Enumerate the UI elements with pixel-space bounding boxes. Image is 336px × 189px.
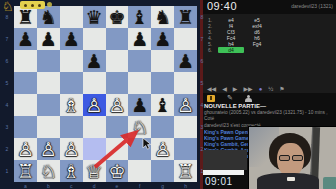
square-h6[interactable]: ♟: [174, 50, 197, 72]
black-piece-p-h6: ♟: [177, 52, 194, 71]
rank-label-5: 5: [197, 72, 207, 94]
square-e8[interactable]: ♚: [106, 6, 129, 28]
rank-labels-left: 87654321: [2, 6, 12, 182]
webcam-overlay: [248, 126, 336, 189]
white-piece-n-f3: ♘: [131, 118, 148, 137]
pencil-icon[interactable]: ✎: [227, 94, 233, 102]
white-clock: 09:01: [205, 176, 233, 187]
square-d1[interactable]: ♕: [83, 160, 106, 182]
square-h5[interactable]: [174, 72, 197, 94]
file-label-d: d: [83, 182, 106, 189]
file-label-a: a: [14, 182, 37, 189]
streamer-collar: [287, 177, 295, 181]
square-b3[interactable]: [37, 116, 60, 138]
square-g6[interactable]: [151, 50, 174, 72]
rank-label-6: 6: [2, 50, 12, 72]
square-f7[interactable]: ♟: [128, 28, 151, 50]
square-g3[interactable]: [151, 116, 174, 138]
white-move-6[interactable]: d4: [218, 47, 244, 53]
rank-label-8: 8: [197, 6, 207, 28]
chat-title: NOUVELLE PARTIE—: [204, 103, 335, 109]
move-number: 6.: [206, 47, 218, 53]
square-e7[interactable]: [106, 28, 129, 50]
square-g8[interactable]: ♞: [151, 6, 174, 28]
square-c6[interactable]: [60, 50, 83, 72]
square-e2[interactable]: [106, 138, 129, 160]
square-a7[interactable]: ♟: [14, 28, 37, 50]
square-b1[interactable]: ♘: [37, 160, 60, 182]
rank-label-1: 1: [2, 160, 12, 182]
chat-flag-icon[interactable]: [207, 95, 215, 102]
square-d8[interactable]: ♛: [83, 6, 106, 28]
stream-badge: [20, 1, 45, 9]
black-piece-b-g4: ♝: [154, 96, 171, 115]
stream-screen: ♘ 87654321 87654321 abcdefgh ♜♞♛♚♝♞♜♟♟♟♟…: [0, 0, 336, 189]
square-d3[interactable]: [83, 116, 106, 138]
square-c4[interactable]: ♗: [60, 94, 83, 116]
white-piece-q-d1: ♕: [86, 162, 103, 181]
square-b6[interactable]: [37, 50, 60, 72]
square-b5[interactable]: [37, 72, 60, 94]
file-labels: abcdefgh: [14, 182, 197, 189]
square-f5[interactable]: [128, 72, 151, 94]
square-a8[interactable]: ♜: [14, 6, 37, 28]
person-icon[interactable]: [245, 95, 252, 102]
logo-knight-icon: ♘: [2, 0, 14, 14]
black-piece-p-c7: ♟: [63, 30, 80, 49]
prev-move-button[interactable]: ◀: [222, 85, 227, 92]
square-g1[interactable]: [151, 160, 174, 182]
square-a3[interactable]: [14, 116, 37, 138]
rank-label-5: 5: [2, 72, 12, 94]
square-h3[interactable]: [174, 116, 197, 138]
resign-flag-button[interactable]: ⚑: [279, 85, 284, 92]
black-piece-p-g7: ♟: [154, 30, 171, 49]
black-piece-r-a8: ♜: [17, 8, 34, 27]
streamer-shirt: [257, 173, 319, 189]
white-piece-p-g2: ♙: [154, 140, 171, 159]
square-e3[interactable]: [106, 116, 129, 138]
square-g7[interactable]: ♟: [151, 28, 174, 50]
black-move-5[interactable]: Fg4: [244, 41, 270, 47]
white-piece-p-c2: ♙: [63, 140, 80, 159]
white-piece-r-a1: ♖: [17, 162, 34, 181]
square-d5[interactable]: [83, 72, 106, 94]
square-e1[interactable]: ♔: [106, 160, 129, 182]
black-piece-n-g8: ♞: [154, 8, 171, 27]
record-icon[interactable]: ●: [259, 86, 263, 92]
square-d6[interactable]: ♟: [83, 50, 106, 72]
square-c3[interactable]: [60, 116, 83, 138]
black-piece-p-a7: ♟: [17, 30, 34, 49]
black-piece-r-h8: ♜: [177, 8, 194, 27]
rank-label-2: 2: [2, 138, 12, 160]
square-a4[interactable]: [14, 94, 37, 116]
square-a1[interactable]: ♖: [14, 160, 37, 182]
rank-label-6: 6: [197, 50, 207, 72]
black-piece-p-f4: ♟: [131, 96, 148, 115]
white-piece-p-a2: ♙: [17, 140, 34, 159]
square-b8[interactable]: ♞: [37, 6, 60, 28]
chat-toolbar: ✎: [207, 94, 252, 102]
black-clock: 09:40: [207, 0, 237, 12]
square-b4[interactable]: [37, 94, 60, 116]
square-c7[interactable]: ♟: [60, 28, 83, 50]
next-move-button[interactable]: ▶: [233, 85, 238, 92]
last-move-button[interactable]: ▶▶: [243, 85, 252, 92]
rank-label-3: 3: [197, 116, 207, 138]
rank-label-7: 7: [2, 28, 12, 50]
file-label-c: c: [60, 182, 83, 189]
square-h2[interactable]: [174, 138, 197, 160]
move-nav-row: ◀◀ ◀ ▶ ▶▶ ● ½ ⚑: [207, 85, 285, 92]
draw-offer-button[interactable]: ½: [268, 86, 273, 92]
move-row-6: 6.d4: [206, 47, 270, 53]
rank-label-3: 3: [2, 116, 12, 138]
square-f3[interactable]: ♘: [128, 116, 151, 138]
square-c8[interactable]: [60, 6, 83, 28]
square-f2[interactable]: [128, 138, 151, 160]
webcam-object: [323, 177, 336, 189]
opponent-label: daredevil23 (1321): [291, 3, 333, 9]
badge-dot: [47, 2, 52, 7]
square-c5[interactable]: [60, 72, 83, 94]
rank-label-4: 4: [197, 94, 207, 116]
white-piece-b-c1: ♗: [63, 162, 80, 181]
square-b7[interactable]: ♟: [37, 28, 60, 50]
black-piece-p-f7: ♟: [131, 30, 148, 49]
square-e6[interactable]: [106, 50, 129, 72]
white-piece-k-e1: ♔: [108, 162, 125, 181]
file-label-b: b: [37, 182, 60, 189]
game-info-line: ghounateio (2005.22) vs daredevil23 (132…: [204, 110, 334, 122]
first-move-button[interactable]: ◀◀: [207, 85, 216, 92]
rank-labels-right: 87654321: [197, 6, 207, 182]
white-piece-p-b2: ♙: [40, 140, 57, 159]
square-e5[interactable]: [106, 72, 129, 94]
square-f6[interactable]: [128, 50, 151, 72]
square-h7[interactable]: [174, 28, 197, 50]
black-piece-p-d6: ♟: [86, 52, 103, 71]
white-piece-p-e4: ♙: [108, 96, 125, 115]
file-label-e: e: [106, 182, 129, 189]
move-panel: 1.e4e52.f4exf43.Cf3d64.Fc4h65.h4Fg46.d4 …: [203, 14, 336, 93]
square-h8[interactable]: ♜: [174, 6, 197, 28]
file-label-h: h: [174, 182, 197, 189]
square-c2[interactable]: ♙: [60, 138, 83, 160]
square-g4[interactable]: ♝: [151, 94, 174, 116]
square-e4[interactable]: ♙: [106, 94, 129, 116]
square-b2[interactable]: ♙: [37, 138, 60, 160]
move-list[interactable]: 1.e4e52.f4exf43.Cf3d64.Fc4h65.h4Fg46.d4: [206, 17, 270, 53]
white-piece-p-d4: ♙: [86, 96, 103, 115]
file-label-f: f: [128, 182, 151, 189]
chess-board[interactable]: ♜♞♛♚♝♞♜♟♟♟♟♟♟♟♗♙♙♟♝♙♘♙♙♙♙♖♘♗♕♔♖: [14, 6, 197, 182]
square-c1[interactable]: ♗: [60, 160, 83, 182]
square-a6[interactable]: [14, 50, 37, 72]
chess-board-panel: ♘ 87654321 87654321 abcdefgh ♜♞♛♚♝♞♜♟♟♟♟…: [0, 0, 203, 189]
square-f4[interactable]: ♟: [128, 94, 151, 116]
black-piece-n-b8: ♞: [40, 8, 57, 27]
black-piece-b-f8: ♝: [131, 8, 148, 27]
square-f1[interactable]: [128, 160, 151, 182]
square-g5[interactable]: [151, 72, 174, 94]
square-a2[interactable]: ♙: [14, 138, 37, 160]
square-d7[interactable]: [83, 28, 106, 50]
white-piece-n-b1: ♘: [40, 162, 57, 181]
square-d2[interactable]: [83, 138, 106, 160]
square-a5[interactable]: [14, 72, 37, 94]
black-piece-k-e8: ♚: [108, 8, 125, 27]
rank-label-2: 2: [197, 138, 207, 160]
square-g2[interactable]: ♙: [151, 138, 174, 160]
chat-input[interactable]: [203, 170, 244, 175]
white-piece-p-h4: ♙: [177, 96, 194, 115]
streamer-glasses: [279, 155, 303, 161]
square-f8[interactable]: ♝: [128, 6, 151, 28]
file-label-g: g: [151, 182, 174, 189]
black-piece-p-b7: ♟: [40, 30, 57, 49]
rank-label-4: 4: [2, 94, 12, 116]
square-h1[interactable]: ♖: [174, 160, 197, 182]
rank-label-7: 7: [197, 28, 207, 50]
black-piece-q-d8: ♛: [86, 8, 103, 27]
white-piece-r-h1: ♖: [177, 162, 194, 181]
rank-label-1: 1: [197, 160, 207, 182]
chat-input-panel: [203, 150, 247, 170]
white-piece-b-c4: ♗: [63, 96, 80, 115]
square-h4[interactable]: ♙: [174, 94, 197, 116]
square-d4[interactable]: ♙: [83, 94, 106, 116]
